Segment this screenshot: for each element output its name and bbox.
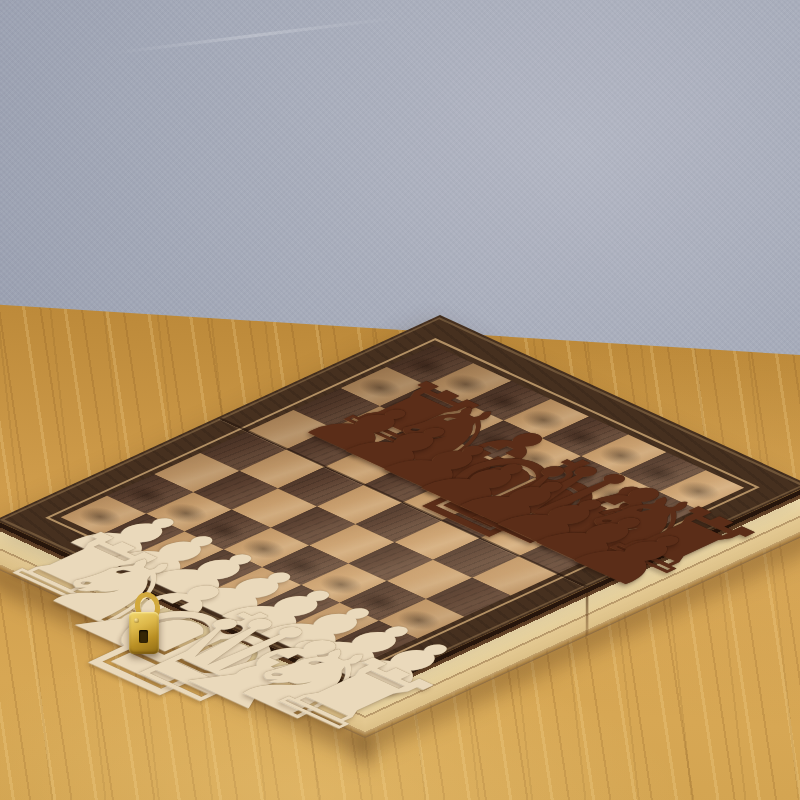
fold-seam-side (586, 592, 589, 636)
clasp-screw (134, 618, 139, 623)
clasp-slot (139, 630, 148, 643)
square-h8[interactable]: ♜ (387, 345, 472, 384)
chess-set-photo: ♜♞♝♚♛♝♞♜♟♟♟♟♟♟♟♟♟♟♟♟♟♟♟♟♜♞♝♚♛♝♞♜ (0, 0, 800, 800)
brass-clasp[interactable] (126, 592, 170, 668)
